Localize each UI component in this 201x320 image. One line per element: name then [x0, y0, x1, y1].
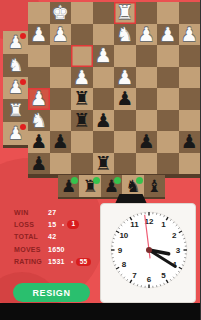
piece-black-rook[interactable]: ♜ [73, 111, 90, 130]
svg-text:1: 1 [161, 220, 166, 229]
green-available-dot [136, 177, 143, 184]
piece-black-pawn[interactable]: ♟ [116, 89, 133, 108]
piece-white-pawn[interactable]: ♟ [181, 25, 198, 44]
stat-row: TOTAL42 [14, 231, 104, 243]
separator-dot [62, 224, 64, 226]
board-square[interactable]: ♟ [136, 24, 158, 46]
board-square[interactable] [179, 67, 201, 89]
analog-clock: 123456789101112 [100, 203, 196, 303]
board-square[interactable] [179, 2, 201, 24]
board-square[interactable] [179, 88, 201, 110]
board-square[interactable] [71, 153, 93, 175]
board-square[interactable] [93, 2, 115, 24]
board-square[interactable]: ♟ [136, 131, 158, 153]
black-pieces-selection-tray[interactable]: ♟♜♟♞♝ [58, 175, 165, 199]
stat-row: LOSS151 [14, 218, 104, 230]
board-square[interactable]: ♚ [50, 2, 72, 24]
board-square[interactable]: ♟ [93, 110, 115, 132]
red-count-badge [20, 33, 26, 39]
svg-text:5: 5 [161, 271, 166, 280]
piece-white-knight[interactable]: ♞ [30, 111, 47, 130]
piece-white-pawn[interactable]: ♟ [30, 89, 47, 108]
board-square[interactable] [114, 110, 136, 132]
board-square[interactable]: ♟ [179, 24, 201, 46]
board-square[interactable] [93, 131, 115, 153]
piece-black-pawn[interactable]: ♟ [181, 132, 198, 151]
board-square[interactable]: ♞ [114, 24, 136, 46]
svg-text:10: 10 [119, 231, 128, 240]
board-square[interactable]: ♟ [157, 24, 179, 46]
board-square[interactable]: ♟ [28, 153, 50, 175]
svg-text:7: 7 [132, 271, 137, 280]
stat-label: WIN [14, 209, 48, 216]
app-screen: ♚♜♟♟♞♟♟♟♟♟♟♟♜♟♞♜♟♟♟♟♟♟♜ ♟♞♟♜♟ ♟♜♟♞♝ WIN2… [0, 0, 200, 320]
piece-white-rook[interactable]: ♜ [116, 3, 133, 22]
red-count-badge [20, 79, 26, 85]
board-square[interactable] [157, 45, 179, 67]
board-square[interactable] [50, 110, 72, 132]
piece-black-bishop[interactable]: ♝ [147, 178, 162, 195]
board-square[interactable] [136, 88, 158, 110]
board-square[interactable]: ♟ [93, 45, 115, 67]
piece-black-pawn[interactable]: ♟ [30, 154, 47, 173]
tray-cell[interactable]: ♟ [58, 175, 79, 197]
board-square[interactable] [136, 67, 158, 89]
board-square[interactable] [114, 45, 136, 67]
board-square[interactable]: ♟ [114, 67, 136, 89]
svg-text:9: 9 [118, 246, 123, 255]
board-square[interactable] [71, 24, 93, 46]
tray-cell[interactable]: ♜ [3, 99, 28, 122]
board-square[interactable]: ♜ [114, 2, 136, 24]
piece-white-pawn[interactable]: ♟ [30, 25, 47, 44]
piece-black-pawn[interactable]: ♟ [138, 132, 155, 151]
stat-label: MOVES [14, 246, 48, 253]
stat-label: LOSS [14, 221, 48, 228]
piece-black-pawn[interactable]: ♟ [95, 111, 112, 130]
board-square[interactable] [28, 45, 50, 67]
green-available-dot [114, 177, 121, 184]
stat-change-badge: 55 [76, 258, 91, 267]
piece-black-pawn[interactable]: ♟ [30, 132, 47, 151]
piece-white-rook[interactable]: ♜ [8, 102, 23, 119]
board-square[interactable]: ♟ [179, 131, 201, 153]
piece-white-pawn[interactable]: ♟ [116, 68, 133, 87]
board-square[interactable] [71, 45, 93, 67]
board-square[interactable]: ♟ [28, 131, 50, 153]
tray-cell[interactable]: ♞ [3, 54, 28, 77]
board-square[interactable] [28, 67, 50, 89]
stat-change-badge: 1 [67, 220, 79, 229]
green-available-dot [93, 177, 100, 184]
board-square[interactable] [157, 88, 179, 110]
board-square[interactable]: ♟ [50, 24, 72, 46]
board-square[interactable] [136, 45, 158, 67]
piece-white-knight[interactable]: ♞ [8, 57, 23, 74]
resign-button[interactable]: RESIGN [13, 283, 90, 302]
stat-value: 42 [48, 233, 56, 240]
stat-value: 1650 [48, 246, 65, 253]
board-square[interactable] [93, 24, 115, 46]
stat-row: RATING153155 [14, 256, 104, 268]
stat-label: TOTAL [14, 233, 48, 240]
piece-black-rook[interactable]: ♜ [95, 154, 112, 173]
board-square[interactable]: ♟ [71, 67, 93, 89]
board-square[interactable]: ♜ [93, 153, 115, 175]
board-square[interactable] [157, 153, 179, 175]
board-square[interactable] [50, 45, 72, 67]
bottom-bar [0, 303, 200, 320]
board-square[interactable] [136, 153, 158, 175]
board-square[interactable] [179, 153, 201, 175]
svg-text:8: 8 [122, 260, 127, 269]
tray-cell[interactable]: ♜ [79, 175, 100, 197]
piece-white-pawn[interactable]: ♟ [73, 68, 90, 87]
piece-white-pawn[interactable]: ♟ [52, 25, 69, 44]
tray-cell[interactable]: ♟ [3, 122, 28, 145]
board-square[interactable]: ♟ [50, 131, 72, 153]
board-square[interactable] [50, 88, 72, 110]
tray-cell[interactable]: ♟ [3, 31, 28, 54]
stat-value: 27 [48, 209, 56, 216]
board-square[interactable] [93, 67, 115, 89]
piece-white-pawn[interactable]: ♟ [138, 25, 155, 44]
stats-panel: WIN27LOSS151TOTAL42MOVES1650RATING153155 [14, 206, 104, 268]
stat-value: 1531 [48, 258, 65, 265]
red-count-badge [20, 124, 26, 130]
piece-white-knight[interactable]: ♞ [116, 25, 133, 44]
tray-cell[interactable]: ♟ [101, 175, 122, 197]
stat-value: 15 [48, 221, 56, 228]
board-square[interactable] [114, 131, 136, 153]
board-square[interactable]: ♜ [71, 110, 93, 132]
board-square[interactable] [50, 67, 72, 89]
board-square[interactable] [179, 45, 201, 67]
tray-cell[interactable]: ♝ [144, 175, 165, 197]
board-square[interactable] [71, 131, 93, 153]
clock-face: 123456789101112 [109, 210, 189, 290]
board-square[interactable] [157, 2, 179, 24]
tray-cell[interactable]: ♞ [122, 175, 143, 197]
separator-dot [71, 261, 73, 263]
piece-black-rook[interactable]: ♜ [73, 89, 90, 108]
board-square[interactable]: ♟ [114, 88, 136, 110]
board-square[interactable] [114, 153, 136, 175]
board-square[interactable] [136, 110, 158, 132]
board-square[interactable] [93, 88, 115, 110]
svg-text:11: 11 [130, 220, 139, 229]
piece-white-pawn[interactable]: ♟ [159, 25, 176, 44]
tray-cell[interactable]: ♟ [3, 77, 28, 100]
chess-board[interactable]: ♚♜♟♟♞♟♟♟♟♟♟♟♜♟♞♜♟♟♟♟♟♟♜ [28, 2, 200, 178]
green-available-dot [71, 177, 78, 184]
board-square[interactable] [157, 67, 179, 89]
board-square[interactable] [136, 2, 158, 24]
board-square[interactable] [157, 110, 179, 132]
board-square[interactable]: ♜ [71, 88, 93, 110]
stat-row: MOVES1650 [14, 243, 104, 255]
captured-white-pieces-tray[interactable]: ♟♞♟♜♟ [3, 31, 28, 148]
board-square[interactable]: ♟ [28, 24, 50, 46]
board-square[interactable] [50, 153, 72, 175]
stat-label: RATING [14, 258, 48, 265]
piece-black-pawn[interactable]: ♟ [52, 132, 69, 151]
board-square[interactable] [179, 110, 201, 132]
board-square[interactable]: ♟ [28, 88, 50, 110]
piece-white-king[interactable]: ♚ [52, 3, 69, 22]
board-square[interactable] [71, 2, 93, 24]
svg-text:3: 3 [176, 246, 181, 255]
svg-text:6: 6 [147, 275, 152, 284]
stat-row: WIN27 [14, 206, 104, 218]
piece-white-pawn[interactable]: ♟ [95, 46, 112, 65]
svg-text:2: 2 [172, 231, 177, 240]
board-square[interactable] [157, 131, 179, 153]
board-square[interactable]: ♞ [28, 110, 50, 132]
board-square[interactable] [28, 2, 50, 24]
